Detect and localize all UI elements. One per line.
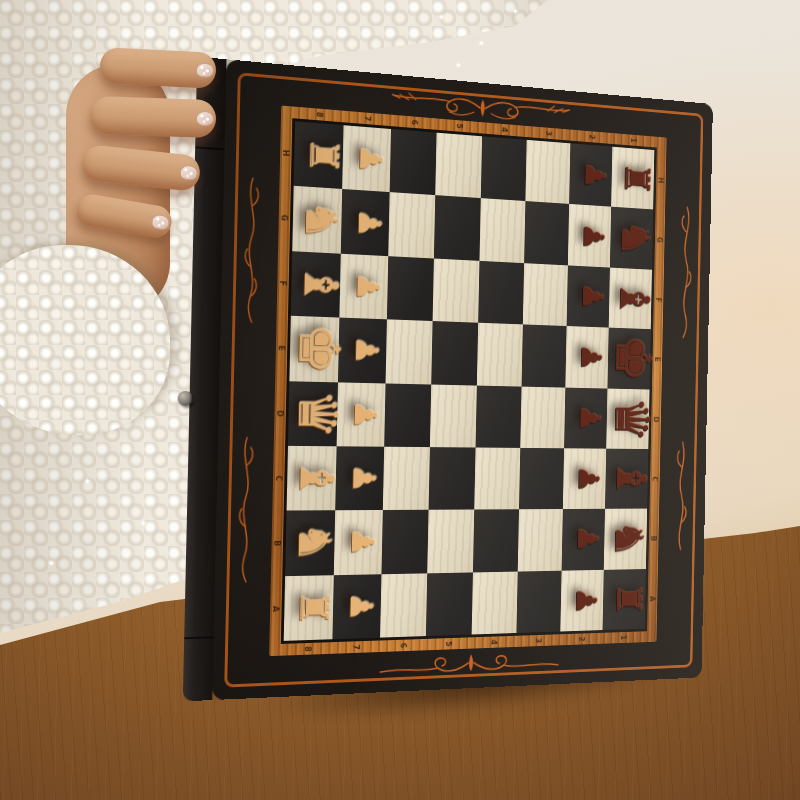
square-f3[interactable] (386, 256, 434, 321)
white-bishop[interactable]: ♝ (292, 456, 340, 500)
black-pawn[interactable]: ♟ (576, 404, 605, 432)
black-pawn[interactable]: ♟ (573, 525, 602, 553)
black-pawn[interactable]: ♟ (572, 586, 601, 615)
square-d5[interactable] (476, 385, 522, 448)
square-d3[interactable] (384, 383, 432, 447)
fingernail (179, 164, 198, 181)
square-d8[interactable]: ♛ (606, 388, 649, 449)
square-a5[interactable] (472, 571, 518, 634)
white-pawn[interactable]: ♟ (348, 464, 380, 493)
square-c1[interactable]: ♝ (287, 446, 337, 511)
white-pawn[interactable]: ♟ (354, 207, 386, 238)
middle-finger (89, 96, 216, 138)
black-rook[interactable]: ♜ (620, 160, 655, 196)
fingernail (196, 111, 215, 127)
square-c4[interactable] (429, 447, 476, 510)
black-pawn[interactable]: ♟ (577, 343, 606, 372)
square-e3[interactable] (385, 319, 433, 384)
square-a7[interactable]: ♟ (560, 570, 604, 632)
sparkle-icon: ✦ (438, 14, 445, 22)
square-g4[interactable] (434, 195, 481, 260)
square-e5[interactable] (477, 323, 523, 386)
square-g7[interactable]: ♟ (567, 204, 611, 267)
black-queen[interactable]: ♛ (608, 395, 656, 443)
square-c5[interactable] (474, 447, 520, 509)
square-f5[interactable] (478, 261, 524, 325)
square-f1[interactable]: ♝ (291, 251, 341, 318)
black-king[interactable]: ♚ (609, 333, 658, 383)
fingernail (150, 213, 170, 231)
square-h5[interactable] (481, 136, 527, 201)
square-e4[interactable] (431, 321, 478, 385)
white-rook[interactable]: ♜ (303, 136, 343, 175)
square-a2[interactable]: ♟ (332, 574, 381, 639)
black-pawn[interactable]: ♟ (581, 161, 610, 191)
square-a3[interactable] (380, 573, 428, 638)
square-h6[interactable] (525, 140, 570, 204)
square-h8[interactable]: ♜ (611, 147, 654, 210)
square-h2[interactable]: ♟ (342, 125, 391, 192)
black-pawn[interactable]: ♟ (574, 465, 603, 493)
box-seam (184, 636, 214, 639)
white-knight[interactable]: ♞ (292, 522, 338, 564)
black-bishop[interactable]: ♝ (610, 458, 651, 499)
black-knight[interactable]: ♞ (616, 218, 655, 259)
square-f6[interactable] (523, 263, 568, 326)
square-f8[interactable]: ♝ (609, 267, 652, 329)
square-g5[interactable] (479, 198, 525, 262)
white-rook[interactable]: ♜ (293, 589, 333, 627)
square-e1[interactable]: ♚ (289, 316, 339, 382)
square-b7[interactable]: ♟ (561, 509, 605, 570)
white-pawn[interactable]: ♟ (350, 400, 382, 430)
square-d1[interactable]: ♛ (288, 381, 338, 446)
square-b8[interactable]: ♞ (604, 509, 647, 570)
fingernail (196, 62, 215, 78)
square-e7[interactable]: ♟ (565, 326, 609, 388)
square-g8[interactable]: ♞ (610, 207, 653, 269)
sparkle-icon: ✦ (140, 520, 147, 528)
white-knight[interactable]: ♞ (299, 198, 345, 242)
square-b3[interactable] (381, 510, 429, 574)
black-rook[interactable]: ♜ (611, 582, 646, 617)
white-pawn[interactable]: ♟ (351, 335, 383, 365)
white-king[interactable]: ♚ (291, 322, 348, 376)
square-h1[interactable]: ♜ (294, 121, 344, 189)
square-c6[interactable] (519, 448, 564, 510)
square-g6[interactable] (524, 201, 569, 265)
sparkle-icon: ✦ (512, 8, 519, 16)
sparkle-icon: ✦ (455, 62, 462, 70)
board-face: 87654321 87654321 HGFEDCBA HGFEDCBA ♜♟♟♜… (212, 59, 713, 700)
square-b5[interactable] (473, 509, 519, 572)
square-f4[interactable] (433, 258, 480, 323)
index-finger (99, 47, 217, 89)
square-a6[interactable] (516, 570, 561, 633)
square-g3[interactable] (388, 192, 436, 258)
square-d7[interactable]: ♟ (564, 387, 608, 448)
square-d4[interactable] (430, 384, 477, 447)
square-h4[interactable] (435, 133, 482, 199)
square-g1[interactable]: ♞ (292, 186, 342, 253)
square-d6[interactable] (520, 386, 565, 448)
square-c8[interactable]: ♝ (605, 449, 648, 509)
sparkle-icon: ✦ (84, 478, 91, 486)
square-a8[interactable]: ♜ (603, 569, 646, 630)
white-pawn[interactable]: ♟ (352, 271, 384, 302)
black-pawn[interactable]: ♟ (579, 221, 608, 250)
chess-board: 87654321 87654321 HGFEDCBA HGFEDCBA ♜♟♟♜… (183, 57, 713, 702)
square-f7[interactable]: ♟ (566, 265, 610, 328)
square-e8[interactable]: ♚ (608, 328, 651, 389)
chess-grid: ♜♟♟♜♞♟♟♞♝♟♟♝♚♟♟♚♛♟♟♛♝♟♟♝♞♟♟♞♜♟♟♜ (281, 118, 657, 644)
square-a4[interactable] (426, 572, 473, 636)
square-c3[interactable] (382, 447, 430, 511)
square-c7[interactable]: ♟ (562, 448, 606, 509)
square-h7[interactable]: ♟ (569, 143, 613, 207)
chess-product-photo: ✦✦✦✦✦✦✦✦✦ (0, 0, 800, 800)
sparkle-icon: ✦ (478, 40, 485, 48)
clasp-knob-icon[interactable] (178, 391, 193, 406)
square-h3[interactable] (389, 129, 437, 195)
square-a1[interactable]: ♜ (284, 575, 334, 641)
square-b4[interactable] (427, 510, 474, 573)
square-e6[interactable] (521, 324, 566, 387)
square-b6[interactable] (517, 509, 562, 571)
white-pawn[interactable]: ♟ (346, 591, 378, 621)
black-bishop[interactable]: ♝ (614, 277, 655, 319)
white-bishop[interactable]: ♝ (297, 262, 345, 308)
black-knight[interactable]: ♞ (610, 519, 650, 558)
white-pawn[interactable]: ♟ (347, 527, 379, 557)
sparkle-icon: ✦ (48, 560, 55, 568)
black-pawn[interactable]: ♟ (578, 282, 607, 311)
white-pawn[interactable]: ♟ (355, 144, 387, 176)
square-b1[interactable]: ♞ (285, 510, 335, 575)
white-queen[interactable]: ♛ (290, 388, 345, 439)
playing-area: 87654321 87654321 HGFEDCBA HGFEDCBA ♜♟♟♜… (269, 106, 666, 657)
